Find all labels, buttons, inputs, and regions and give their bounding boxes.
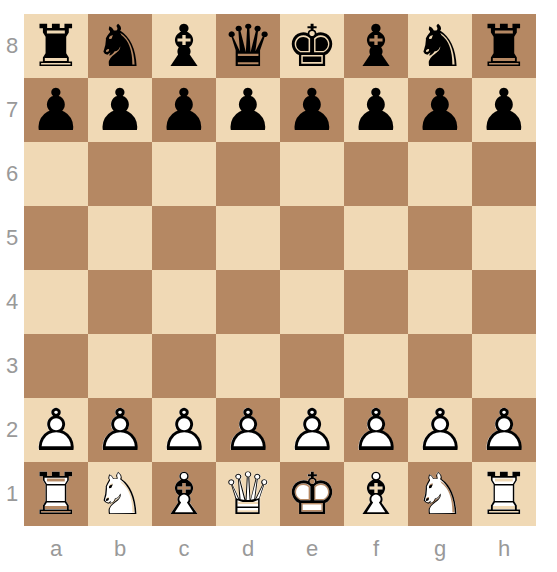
- square-a7[interactable]: ♟: [24, 78, 88, 142]
- piece-white-pawn[interactable]: ♟♙: [216, 398, 280, 462]
- white-piece-outline-layer: ♗: [152, 462, 216, 526]
- square-g5[interactable]: [408, 206, 472, 270]
- white-piece-outline-layer: ♘: [408, 462, 472, 526]
- piece-white-pawn[interactable]: ♟♙: [152, 398, 216, 462]
- square-c3[interactable]: [152, 334, 216, 398]
- square-c7[interactable]: ♟: [152, 78, 216, 142]
- square-b8[interactable]: ♞: [88, 14, 152, 78]
- rank-label-3: 3: [0, 334, 24, 398]
- chess-board: ♜♞♝♛♚♝♞♜♟♟♟♟♟♟♟♟♟♙♟♙♟♙♟♙♟♙♟♙♟♙♟♙♜♖♞♘♝♗♛♕…: [24, 14, 536, 526]
- square-e7[interactable]: ♟: [280, 78, 344, 142]
- black-piece-layer: ♟: [408, 78, 472, 142]
- square-e6[interactable]: [280, 142, 344, 206]
- square-h8[interactable]: ♜: [472, 14, 536, 78]
- square-a1[interactable]: ♜♖: [24, 462, 88, 526]
- black-piece-layer: ♜: [472, 14, 536, 78]
- rank-label-7: 7: [0, 78, 24, 142]
- square-e8[interactable]: ♚: [280, 14, 344, 78]
- piece-white-pawn[interactable]: ♟♙: [88, 398, 152, 462]
- square-c1[interactable]: ♝♗: [152, 462, 216, 526]
- black-piece-layer: ♝: [152, 14, 216, 78]
- square-d2[interactable]: ♟♙: [216, 398, 280, 462]
- square-c2[interactable]: ♟♙: [152, 398, 216, 462]
- piece-white-pawn[interactable]: ♟♙: [344, 398, 408, 462]
- piece-black-pawn[interactable]: ♟: [344, 78, 408, 142]
- black-piece-layer: ♛: [216, 14, 280, 78]
- black-piece-layer: ♟: [24, 78, 88, 142]
- square-g2[interactable]: ♟♙: [408, 398, 472, 462]
- piece-white-knight[interactable]: ♞♘: [88, 462, 152, 526]
- file-label-a: a: [24, 526, 88, 572]
- square-a4[interactable]: [24, 270, 88, 334]
- square-f5[interactable]: [344, 206, 408, 270]
- square-a6[interactable]: [24, 142, 88, 206]
- square-d6[interactable]: [216, 142, 280, 206]
- piece-black-pawn[interactable]: ♟: [152, 78, 216, 142]
- file-label-g: g: [408, 526, 472, 572]
- piece-black-pawn[interactable]: ♟: [408, 78, 472, 142]
- square-h2[interactable]: ♟♙: [472, 398, 536, 462]
- square-c8[interactable]: ♝: [152, 14, 216, 78]
- piece-white-king[interactable]: ♚♔: [280, 462, 344, 526]
- square-c4[interactable]: [152, 270, 216, 334]
- file-label-d: d: [216, 526, 280, 572]
- piece-white-pawn[interactable]: ♟♙: [472, 398, 536, 462]
- white-piece-outline-layer: ♗: [344, 462, 408, 526]
- black-piece-layer: ♜: [24, 14, 88, 78]
- square-b5[interactable]: [88, 206, 152, 270]
- file-label-f: f: [344, 526, 408, 572]
- piece-black-pawn[interactable]: ♟: [280, 78, 344, 142]
- white-piece-outline-layer: ♖: [472, 462, 536, 526]
- square-a8[interactable]: ♜: [24, 14, 88, 78]
- rank-label-2: 2: [0, 398, 24, 462]
- square-a5[interactable]: [24, 206, 88, 270]
- square-d4[interactable]: [216, 270, 280, 334]
- piece-black-pawn[interactable]: ♟: [472, 78, 536, 142]
- file-label-e: e: [280, 526, 344, 572]
- square-e1[interactable]: ♚♔: [280, 462, 344, 526]
- black-piece-layer: ♞: [88, 14, 152, 78]
- piece-white-queen[interactable]: ♛♕: [216, 462, 280, 526]
- piece-white-pawn[interactable]: ♟♙: [408, 398, 472, 462]
- rank-label-4: 4: [0, 270, 24, 334]
- piece-white-knight[interactable]: ♞♘: [408, 462, 472, 526]
- black-piece-layer: ♚: [280, 14, 344, 78]
- black-piece-layer: ♟: [216, 78, 280, 142]
- square-e2[interactable]: ♟♙: [280, 398, 344, 462]
- square-c5[interactable]: [152, 206, 216, 270]
- black-piece-layer: ♟: [344, 78, 408, 142]
- white-piece-outline-layer: ♙: [216, 398, 280, 462]
- square-e4[interactable]: [280, 270, 344, 334]
- rank-label-5: 5: [0, 206, 24, 270]
- piece-black-pawn[interactable]: ♟: [216, 78, 280, 142]
- square-g1[interactable]: ♞♘: [408, 462, 472, 526]
- piece-black-pawn[interactable]: ♟: [88, 78, 152, 142]
- piece-black-queen[interactable]: ♛: [216, 14, 280, 78]
- black-piece-layer: ♟: [152, 78, 216, 142]
- square-c6[interactable]: [152, 142, 216, 206]
- rank-label-1: 1: [0, 462, 24, 526]
- piece-white-pawn[interactable]: ♟♙: [24, 398, 88, 462]
- white-piece-outline-layer: ♙: [152, 398, 216, 462]
- square-f3[interactable]: [344, 334, 408, 398]
- white-piece-outline-layer: ♙: [472, 398, 536, 462]
- square-d8[interactable]: ♛: [216, 14, 280, 78]
- square-g4[interactable]: [408, 270, 472, 334]
- black-piece-layer: ♞: [408, 14, 472, 78]
- white-piece-outline-layer: ♔: [280, 462, 344, 526]
- file-coordinates: abcdefgh: [24, 526, 536, 572]
- file-label-c: c: [152, 526, 216, 572]
- square-d7[interactable]: ♟: [216, 78, 280, 142]
- square-g6[interactable]: [408, 142, 472, 206]
- piece-white-bishop[interactable]: ♝♗: [344, 462, 408, 526]
- white-piece-outline-layer: ♙: [24, 398, 88, 462]
- file-label-b: b: [88, 526, 152, 572]
- square-b4[interactable]: [88, 270, 152, 334]
- square-f7[interactable]: ♟: [344, 78, 408, 142]
- square-f6[interactable]: [344, 142, 408, 206]
- square-e3[interactable]: [280, 334, 344, 398]
- piece-white-rook[interactable]: ♜♖: [472, 462, 536, 526]
- square-b1[interactable]: ♞♘: [88, 462, 152, 526]
- black-piece-layer: ♟: [280, 78, 344, 142]
- piece-white-rook[interactable]: ♜♖: [24, 462, 88, 526]
- white-piece-outline-layer: ♘: [88, 462, 152, 526]
- black-piece-layer: ♟: [472, 78, 536, 142]
- square-e5[interactable]: [280, 206, 344, 270]
- square-a2[interactable]: ♟♙: [24, 398, 88, 462]
- square-d1[interactable]: ♛♕: [216, 462, 280, 526]
- square-h3[interactable]: [472, 334, 536, 398]
- piece-black-knight[interactable]: ♞: [408, 14, 472, 78]
- black-piece-layer: ♟: [88, 78, 152, 142]
- square-h5[interactable]: [472, 206, 536, 270]
- square-h6[interactable]: [472, 142, 536, 206]
- square-g3[interactable]: [408, 334, 472, 398]
- square-f8[interactable]: ♝: [344, 14, 408, 78]
- piece-black-rook[interactable]: ♜: [472, 14, 536, 78]
- square-h1[interactable]: ♜♖: [472, 462, 536, 526]
- square-f2[interactable]: ♟♙: [344, 398, 408, 462]
- square-b2[interactable]: ♟♙: [88, 398, 152, 462]
- square-d5[interactable]: [216, 206, 280, 270]
- rank-label-6: 6: [0, 142, 24, 206]
- rank-coordinates: 87654321: [0, 14, 24, 526]
- piece-black-rook[interactable]: ♜: [24, 14, 88, 78]
- square-b6[interactable]: [88, 142, 152, 206]
- square-a3[interactable]: [24, 334, 88, 398]
- white-piece-outline-layer: ♙: [88, 398, 152, 462]
- piece-black-bishop[interactable]: ♝: [152, 14, 216, 78]
- square-b3[interactable]: [88, 334, 152, 398]
- square-h7[interactable]: ♟: [472, 78, 536, 142]
- piece-white-pawn[interactable]: ♟♙: [280, 398, 344, 462]
- piece-white-bishop[interactable]: ♝♗: [152, 462, 216, 526]
- piece-black-bishop[interactable]: ♝: [344, 14, 408, 78]
- piece-black-king[interactable]: ♚: [280, 14, 344, 78]
- file-label-h: h: [472, 526, 536, 572]
- piece-black-pawn[interactable]: ♟: [24, 78, 88, 142]
- square-d3[interactable]: [216, 334, 280, 398]
- white-piece-outline-layer: ♖: [24, 462, 88, 526]
- chess-board-frame: 87654321 ♜♞♝♛♚♝♞♜♟♟♟♟♟♟♟♟♟♙♟♙♟♙♟♙♟♙♟♙♟♙♟…: [0, 0, 557, 572]
- square-f4[interactable]: [344, 270, 408, 334]
- white-piece-outline-layer: ♙: [408, 398, 472, 462]
- black-piece-layer: ♝: [344, 14, 408, 78]
- square-g8[interactable]: ♞: [408, 14, 472, 78]
- rank-label-8: 8: [0, 14, 24, 78]
- white-piece-outline-layer: ♙: [344, 398, 408, 462]
- square-h4[interactable]: [472, 270, 536, 334]
- square-f1[interactable]: ♝♗: [344, 462, 408, 526]
- square-g7[interactable]: ♟: [408, 78, 472, 142]
- white-piece-outline-layer: ♕: [216, 462, 280, 526]
- square-b7[interactable]: ♟: [88, 78, 152, 142]
- white-piece-outline-layer: ♙: [280, 398, 344, 462]
- piece-black-knight[interactable]: ♞: [88, 14, 152, 78]
